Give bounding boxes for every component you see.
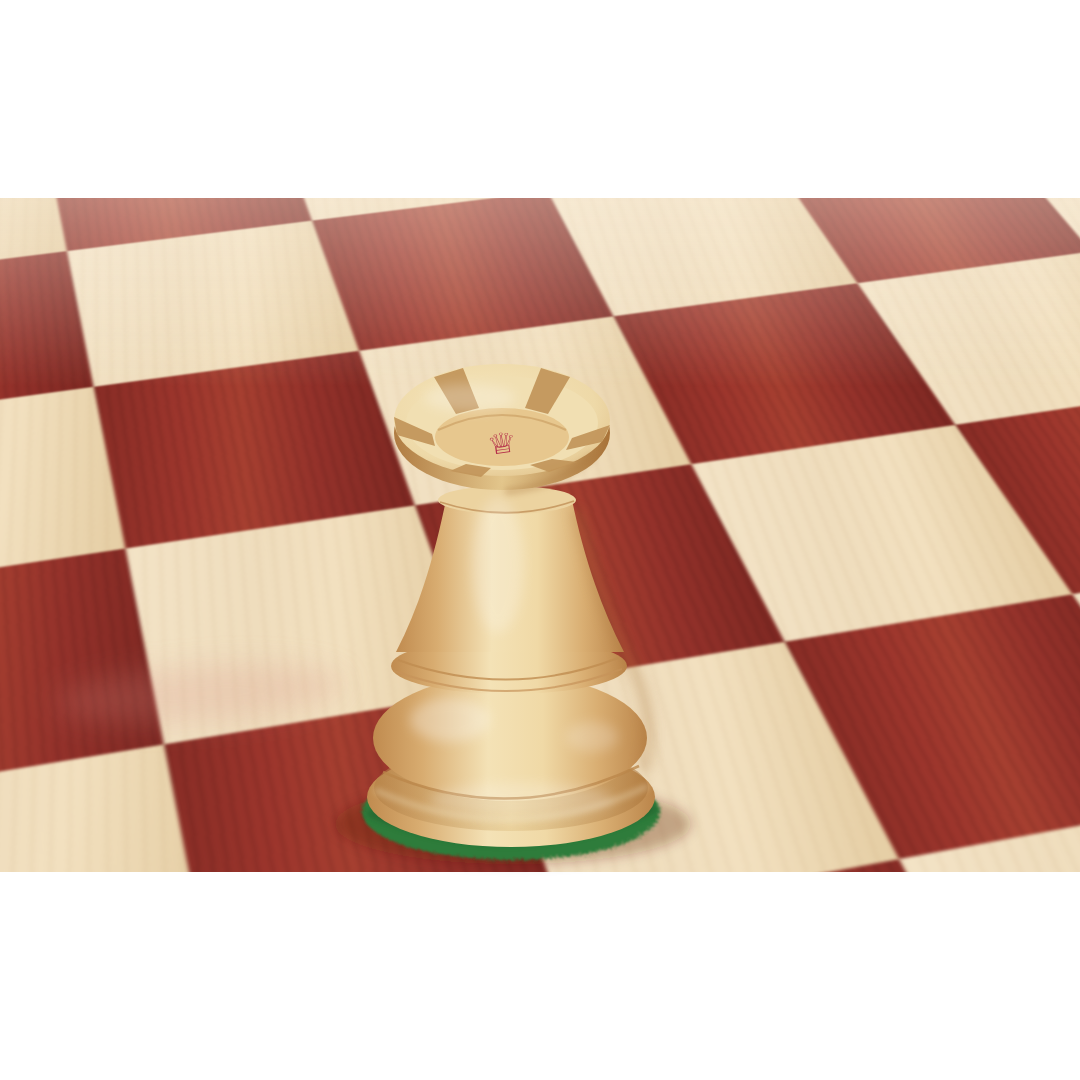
rook-crown: ♕ (394, 364, 610, 492)
white-rook: ♕ (300, 330, 720, 890)
crown-stamp: ♕ (485, 425, 520, 461)
product-photo-stage: ♕ (0, 0, 1080, 1080)
